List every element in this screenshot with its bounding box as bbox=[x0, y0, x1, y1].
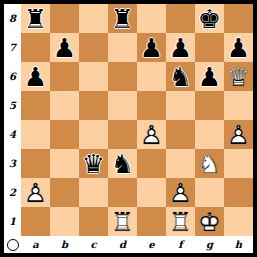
piece-black-pawn: ♟ bbox=[166, 33, 195, 62]
rank-label-7: 7 bbox=[4, 33, 21, 62]
square-g4[interactable] bbox=[195, 120, 224, 149]
file-label-b: b bbox=[50, 236, 79, 253]
square-d3[interactable]: ♞ bbox=[108, 149, 137, 178]
square-c1[interactable] bbox=[79, 207, 108, 236]
piece-black-pawn: ♟ bbox=[137, 33, 166, 62]
square-c5[interactable] bbox=[79, 91, 108, 120]
white-to-move-circle-icon bbox=[7, 239, 19, 251]
square-b4[interactable] bbox=[50, 120, 79, 149]
square-h8[interactable] bbox=[224, 4, 253, 33]
piece-white-pawn: ♟♙ bbox=[137, 120, 166, 149]
square-h6[interactable]: ♛♕ bbox=[224, 62, 253, 91]
square-h3[interactable] bbox=[224, 149, 253, 178]
piece-outline: ♙ bbox=[21, 178, 50, 207]
square-g6[interactable]: ♟ bbox=[195, 62, 224, 91]
square-d8[interactable]: ♜ bbox=[108, 4, 137, 33]
piece-outline: ♔ bbox=[195, 207, 224, 236]
piece-white-knight: ♞♘ bbox=[195, 149, 224, 178]
square-f8[interactable] bbox=[166, 4, 195, 33]
file-label-h: h bbox=[224, 236, 253, 253]
file-label-e: e bbox=[137, 236, 166, 253]
piece-outline: ♘ bbox=[195, 149, 224, 178]
file-label-f: f bbox=[166, 236, 195, 253]
square-a1[interactable] bbox=[21, 207, 50, 236]
square-a4[interactable] bbox=[21, 120, 50, 149]
square-g8[interactable]: ♚ bbox=[195, 4, 224, 33]
piece-white-queen: ♛♕ bbox=[224, 62, 253, 91]
square-h7[interactable]: ♟ bbox=[224, 33, 253, 62]
square-a6[interactable]: ♟ bbox=[21, 62, 50, 91]
square-d5[interactable] bbox=[108, 91, 137, 120]
square-h2[interactable] bbox=[224, 178, 253, 207]
square-g1[interactable]: ♚♔ bbox=[195, 207, 224, 236]
square-e4[interactable]: ♟♙ bbox=[137, 120, 166, 149]
square-d6[interactable] bbox=[108, 62, 137, 91]
rank-label-2: 2 bbox=[4, 178, 21, 207]
square-b3[interactable] bbox=[50, 149, 79, 178]
square-c2[interactable] bbox=[79, 178, 108, 207]
square-b2[interactable] bbox=[50, 178, 79, 207]
square-c8[interactable] bbox=[79, 4, 108, 33]
piece-black-queen: ♛ bbox=[79, 149, 108, 178]
square-d2[interactable] bbox=[108, 178, 137, 207]
square-a8[interactable]: ♜ bbox=[21, 4, 50, 33]
square-e8[interactable] bbox=[137, 4, 166, 33]
piece-outline: ♖ bbox=[166, 207, 195, 236]
square-b7[interactable]: ♟ bbox=[50, 33, 79, 62]
square-a7[interactable] bbox=[21, 33, 50, 62]
piece-black-knight: ♞ bbox=[166, 62, 195, 91]
square-e3[interactable] bbox=[137, 149, 166, 178]
piece-outline: ♙ bbox=[166, 178, 195, 207]
square-e7[interactable]: ♟ bbox=[137, 33, 166, 62]
square-f2[interactable]: ♟♙ bbox=[166, 178, 195, 207]
piece-black-pawn: ♟ bbox=[50, 33, 79, 62]
rank-label-1: 1 bbox=[4, 207, 21, 236]
piece-outline: ♙ bbox=[224, 120, 253, 149]
piece-black-king: ♚ bbox=[195, 4, 224, 33]
piece-white-rook: ♜♖ bbox=[108, 207, 137, 236]
square-d4[interactable] bbox=[108, 120, 137, 149]
piece-white-pawn: ♟♙ bbox=[21, 178, 50, 207]
piece-white-king: ♚♔ bbox=[195, 207, 224, 236]
piece-white-pawn: ♟♙ bbox=[166, 178, 195, 207]
square-h1[interactable] bbox=[224, 207, 253, 236]
rank-label-4: 4 bbox=[4, 120, 21, 149]
square-b1[interactable] bbox=[50, 207, 79, 236]
piece-black-knight: ♞ bbox=[108, 149, 137, 178]
square-e2[interactable] bbox=[137, 178, 166, 207]
square-a3[interactable] bbox=[21, 149, 50, 178]
square-c3[interactable]: ♛ bbox=[79, 149, 108, 178]
square-f6[interactable]: ♞ bbox=[166, 62, 195, 91]
piece-outline: ♙ bbox=[137, 120, 166, 149]
piece-white-pawn: ♟♙ bbox=[224, 120, 253, 149]
square-f7[interactable]: ♟ bbox=[166, 33, 195, 62]
piece-white-rook: ♜♖ bbox=[166, 207, 195, 236]
rank-label-5: 5 bbox=[4, 91, 21, 120]
square-c6[interactable] bbox=[79, 62, 108, 91]
square-g7[interactable] bbox=[195, 33, 224, 62]
piece-black-rook: ♜ bbox=[108, 4, 137, 33]
file-label-g: g bbox=[195, 236, 224, 253]
board-frame: 8♜♜♚7♟♟♟♟6♟♞♟♛♕54♟♙♟♙3♛♞♞♘2♟♙♟♙1♜♖♜♖♚♔ab… bbox=[0, 0, 257, 257]
file-label-c: c bbox=[79, 236, 108, 253]
piece-outline: ♕ bbox=[224, 62, 253, 91]
square-h4[interactable]: ♟♙ bbox=[224, 120, 253, 149]
square-g3[interactable]: ♞♘ bbox=[195, 149, 224, 178]
square-e1[interactable] bbox=[137, 207, 166, 236]
square-c7[interactable] bbox=[79, 33, 108, 62]
square-f1[interactable]: ♜♖ bbox=[166, 207, 195, 236]
square-f3[interactable] bbox=[166, 149, 195, 178]
piece-black-rook: ♜ bbox=[21, 4, 50, 33]
rank-label-3: 3 bbox=[4, 149, 21, 178]
square-a2[interactable]: ♟♙ bbox=[21, 178, 50, 207]
piece-black-pawn: ♟ bbox=[21, 62, 50, 91]
square-d1[interactable]: ♜♖ bbox=[108, 207, 137, 236]
file-label-a: a bbox=[21, 236, 50, 253]
square-b8[interactable] bbox=[50, 4, 79, 33]
rank-label-8: 8 bbox=[4, 4, 21, 33]
file-label-d: d bbox=[108, 236, 137, 253]
square-h5[interactable] bbox=[224, 91, 253, 120]
square-f4[interactable] bbox=[166, 120, 195, 149]
square-d7[interactable] bbox=[108, 33, 137, 62]
square-c4[interactable] bbox=[79, 120, 108, 149]
piece-outline: ♖ bbox=[108, 207, 137, 236]
square-f5[interactable] bbox=[166, 91, 195, 120]
square-g5[interactable] bbox=[195, 91, 224, 120]
rank-label-6: 6 bbox=[4, 62, 21, 91]
square-b5[interactable] bbox=[50, 91, 79, 120]
piece-black-pawn: ♟ bbox=[195, 62, 224, 91]
square-g2[interactable] bbox=[195, 178, 224, 207]
chess-board: 8♜♜♚7♟♟♟♟6♟♞♟♛♕54♟♙♟♙3♛♞♞♘2♟♙♟♙1♜♖♜♖♚♔ab… bbox=[4, 4, 253, 253]
square-e6[interactable] bbox=[137, 62, 166, 91]
piece-black-pawn: ♟ bbox=[224, 33, 253, 62]
square-a5[interactable] bbox=[21, 91, 50, 120]
square-e5[interactable] bbox=[137, 91, 166, 120]
square-b6[interactable] bbox=[50, 62, 79, 91]
turn-indicator bbox=[4, 236, 21, 253]
